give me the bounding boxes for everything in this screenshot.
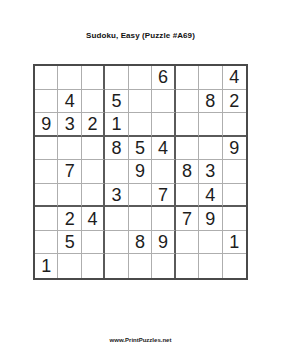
cell-r5c5: 9 [129, 160, 152, 184]
cell-r1c8[interactable] [199, 66, 222, 90]
cell-r3c5[interactable] [129, 113, 152, 137]
cell-r7c8: 9 [199, 207, 222, 231]
cell-r7c4[interactable] [105, 207, 128, 231]
cell-r4c6: 4 [152, 137, 175, 161]
cell-r7c9[interactable] [223, 207, 246, 231]
cell-r6c9[interactable] [223, 184, 246, 208]
cell-r8c1[interactable] [35, 231, 58, 255]
cell-r7c5[interactable] [129, 207, 152, 231]
cell-r3c2: 3 [58, 113, 81, 137]
cell-r9c7[interactable] [176, 254, 199, 278]
cell-r1c4[interactable] [105, 66, 128, 90]
cell-r3c1: 9 [35, 113, 58, 137]
cell-r9c5[interactable] [129, 254, 152, 278]
cell-r4c2[interactable] [58, 137, 81, 161]
cell-r6c5[interactable] [129, 184, 152, 208]
cell-r1c5[interactable] [129, 66, 152, 90]
cell-r6c1[interactable] [35, 184, 58, 208]
cell-r5c8: 3 [199, 160, 222, 184]
cell-r2c3[interactable] [82, 90, 105, 114]
cell-r4c3[interactable] [82, 137, 105, 161]
sudoku-board: 644582932185497983374247958911 [33, 64, 248, 280]
cell-r2c6[interactable] [152, 90, 175, 114]
cell-r3c6[interactable] [152, 113, 175, 137]
cell-r3c9[interactable] [223, 113, 246, 137]
cell-r4c7[interactable] [176, 137, 199, 161]
cell-r4c1[interactable] [35, 137, 58, 161]
cell-r4c4: 8 [105, 137, 128, 161]
cell-r9c8[interactable] [199, 254, 222, 278]
cell-r7c7: 7 [176, 207, 199, 231]
cell-r6c3[interactable] [82, 184, 105, 208]
cell-r3c4: 1 [105, 113, 128, 137]
cell-r5c4[interactable] [105, 160, 128, 184]
cell-r2c7[interactable] [176, 90, 199, 114]
cell-r5c9[interactable] [223, 160, 246, 184]
cell-r1c2[interactable] [58, 66, 81, 90]
cell-r7c6[interactable] [152, 207, 175, 231]
cell-r3c8[interactable] [199, 113, 222, 137]
puzzle-page: Sudoku, Easy (Puzzle #A69) 6445829321854… [0, 0, 281, 363]
cell-r1c7[interactable] [176, 66, 199, 90]
cell-r8c3[interactable] [82, 231, 105, 255]
cell-r2c1[interactable] [35, 90, 58, 114]
cell-r2c9: 2 [223, 90, 246, 114]
cell-r8c5: 8 [129, 231, 152, 255]
footer-site-url: www.PrintPuzzles.net [0, 337, 281, 343]
cell-r9c3[interactable] [82, 254, 105, 278]
cell-r6c8: 4 [199, 184, 222, 208]
cell-r8c7[interactable] [176, 231, 199, 255]
cell-r2c4: 5 [105, 90, 128, 114]
cell-r2c2: 4 [58, 90, 81, 114]
cell-r6c4: 3 [105, 184, 128, 208]
cell-r8c4[interactable] [105, 231, 128, 255]
cell-r8c9: 1 [223, 231, 246, 255]
cell-r3c7[interactable] [176, 113, 199, 137]
cell-r6c2[interactable] [58, 184, 81, 208]
cell-r6c7[interactable] [176, 184, 199, 208]
cell-r4c9: 9 [223, 137, 246, 161]
cell-r5c6[interactable] [152, 160, 175, 184]
cell-r1c6: 6 [152, 66, 175, 90]
cell-r2c8: 8 [199, 90, 222, 114]
cell-r5c1[interactable] [35, 160, 58, 184]
cell-r4c8[interactable] [199, 137, 222, 161]
cell-r8c8[interactable] [199, 231, 222, 255]
cell-r9c2[interactable] [58, 254, 81, 278]
cell-r7c3: 4 [82, 207, 105, 231]
cell-r9c6[interactable] [152, 254, 175, 278]
cell-r3c3: 2 [82, 113, 105, 137]
cell-r1c9: 4 [223, 66, 246, 90]
cell-r6c6: 7 [152, 184, 175, 208]
cell-r8c2: 5 [58, 231, 81, 255]
cell-r9c4[interactable] [105, 254, 128, 278]
cell-r1c3[interactable] [82, 66, 105, 90]
cell-r5c3[interactable] [82, 160, 105, 184]
cell-r5c7: 8 [176, 160, 199, 184]
cell-r1c1[interactable] [35, 66, 58, 90]
cell-r9c1: 1 [35, 254, 58, 278]
cell-r9c9[interactable] [223, 254, 246, 278]
cell-r8c6: 9 [152, 231, 175, 255]
cell-r5c2: 7 [58, 160, 81, 184]
cell-r4c5: 5 [129, 137, 152, 161]
cell-r2c5[interactable] [129, 90, 152, 114]
cell-r7c2: 2 [58, 207, 81, 231]
puzzle-title: Sudoku, Easy (Puzzle #A69) [0, 31, 281, 40]
cell-r7c1[interactable] [35, 207, 58, 231]
